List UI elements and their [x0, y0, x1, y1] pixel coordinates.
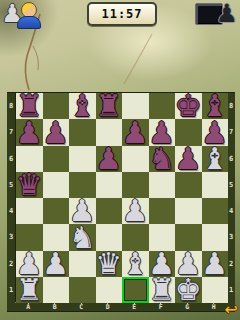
square-a5[interactable]: ♛ [16, 172, 43, 198]
file-label-b: B [42, 303, 69, 311]
square-c1[interactable] [69, 277, 96, 303]
square-e7[interactable]: ♟ [122, 119, 149, 145]
file-label-d: D [95, 303, 122, 311]
square-d8[interactable]: ♜ [96, 93, 123, 119]
square-g1[interactable]: ♚ [175, 277, 202, 303]
square-g6[interactable]: ♟ [175, 146, 202, 172]
white-pawn: ♟ [175, 249, 202, 279]
white-bishop: ♝ [201, 144, 228, 174]
black-pawn: ♟ [148, 118, 175, 148]
square-b8[interactable] [43, 93, 70, 119]
square-c7[interactable] [69, 119, 96, 145]
square-f3[interactable] [149, 224, 176, 250]
human-torso-icon [17, 16, 41, 29]
square-g4[interactable] [175, 198, 202, 224]
square-b6[interactable] [43, 146, 70, 172]
square-g5[interactable] [175, 172, 202, 198]
white-king: ♚ [175, 275, 202, 305]
black-queen: ♛ [16, 170, 43, 200]
rank-label-7: 7 [227, 119, 235, 145]
square-h8[interactable]: ♝ [202, 93, 229, 119]
square-h4[interactable] [202, 198, 229, 224]
square-d4[interactable] [96, 198, 123, 224]
rank-label-6: 6 [227, 146, 235, 172]
square-e6[interactable] [122, 146, 149, 172]
rank-label-8: 8 [7, 93, 15, 119]
square-h5[interactable] [202, 172, 229, 198]
black-pawn: ♟ [175, 144, 202, 174]
square-h2[interactable]: ♟ [202, 251, 229, 277]
file-label-a: A [15, 303, 42, 311]
square-e8[interactable] [122, 93, 149, 119]
black-king: ♚ [175, 91, 202, 121]
white-bishop: ♝ [122, 249, 149, 279]
black-pawn: ♟ [16, 118, 43, 148]
rank-label-3: 3 [7, 224, 15, 250]
square-a3[interactable] [16, 224, 43, 250]
square-e5[interactable] [122, 172, 149, 198]
white-queen: ♛ [95, 249, 122, 279]
square-c5[interactable] [69, 172, 96, 198]
square-d6[interactable]: ♟ [96, 146, 123, 172]
black-bishop: ♝ [69, 91, 96, 121]
square-d7[interactable] [96, 119, 123, 145]
square-c6[interactable] [69, 146, 96, 172]
game-clock: 11:57 [87, 2, 157, 26]
square-g8[interactable]: ♚ [175, 93, 202, 119]
square-c3[interactable]: ♞ [69, 224, 96, 250]
square-g3[interactable] [175, 224, 202, 250]
square-c2[interactable] [69, 251, 96, 277]
rank-label-1: 1 [7, 277, 15, 303]
rank-label-4: 4 [227, 198, 235, 224]
white-pawn: ♟ [16, 249, 43, 279]
white-knight: ♞ [69, 223, 96, 253]
file-labels: ABCDEFGH [7, 303, 235, 312]
black-bishop: ♝ [201, 91, 228, 121]
square-h7[interactable]: ♟ [202, 119, 229, 145]
black-pawn: ♟ [42, 118, 69, 148]
board-frame: 87654321 ♜♝♜♚♝♟♟♟♟♟♟♞♟♝♛♟♟♞♟♟♛♝♟♟♟♜♜♚ 87… [7, 92, 235, 312]
white-pawn: ♟ [42, 249, 69, 279]
square-f1[interactable]: ♜ [149, 277, 176, 303]
human-player-icon [17, 2, 41, 28]
square-g2[interactable]: ♟ [175, 251, 202, 277]
rank-label-8: 8 [227, 93, 235, 119]
square-g7[interactable] [175, 119, 202, 145]
rank-label-4: 4 [7, 198, 15, 224]
black-pawn: ♟ [201, 118, 228, 148]
rank-labels-left: 87654321 [7, 92, 15, 303]
square-d1[interactable] [96, 277, 123, 303]
black-knight: ♞ [148, 144, 175, 174]
rank-label-2: 2 [7, 251, 15, 277]
square-d2[interactable]: ♛ [96, 251, 123, 277]
rank-label-5: 5 [227, 172, 235, 198]
file-label-f: F [148, 303, 175, 311]
rank-label-5: 5 [7, 172, 15, 198]
square-a7[interactable]: ♟ [16, 119, 43, 145]
white-rook: ♜ [16, 275, 43, 305]
square-b4[interactable] [43, 198, 70, 224]
square-f5[interactable] [149, 172, 176, 198]
square-c4[interactable]: ♟ [69, 198, 96, 224]
black-pawn-icon: ♟ [216, 1, 238, 26]
square-e4[interactable]: ♟ [122, 198, 149, 224]
square-b7[interactable]: ♟ [43, 119, 70, 145]
white-pawn: ♟ [122, 196, 149, 226]
square-f7[interactable]: ♟ [149, 119, 176, 145]
square-f8[interactable] [149, 93, 176, 119]
rank-label-6: 6 [7, 146, 15, 172]
square-a6[interactable] [16, 146, 43, 172]
square-f2[interactable]: ♟ [149, 251, 176, 277]
undo-arrow-icon[interactable]: ↩ [225, 302, 238, 318]
rank-label-7: 7 [7, 119, 15, 145]
square-c8[interactable]: ♝ [69, 93, 96, 119]
rank-labels-right: 87654321 [227, 92, 235, 303]
square-d3[interactable] [96, 224, 123, 250]
black-rook: ♜ [95, 91, 122, 121]
square-b2[interactable]: ♟ [43, 251, 70, 277]
file-label-g: G [174, 303, 201, 311]
black-pawn: ♟ [122, 118, 149, 148]
game-screen: ♟ 11:57 ♟ 87654321 ♜♝♜♚♝♟♟♟♟♟♟♞♟♝♛♟♟♞♟♟♛… [0, 0, 240, 320]
white-pawn: ♟ [69, 196, 96, 226]
rank-label-3: 3 [227, 224, 235, 250]
black-pawn: ♟ [95, 144, 122, 174]
white-pawn: ♟ [201, 249, 228, 279]
white-rook: ♜ [148, 275, 175, 305]
square-b5[interactable] [43, 172, 70, 198]
file-label-c: C [68, 303, 95, 311]
file-label-e: E [121, 303, 148, 311]
square-f6[interactable]: ♞ [149, 146, 176, 172]
square-b1[interactable] [43, 277, 70, 303]
square-e3[interactable] [122, 224, 149, 250]
square-e1[interactable] [122, 277, 149, 303]
file-label-h: H [201, 303, 228, 311]
square-d5[interactable] [96, 172, 123, 198]
white-pawn: ♟ [148, 249, 175, 279]
rank-label-2: 2 [227, 251, 235, 277]
square-a8[interactable]: ♜ [16, 93, 43, 119]
square-e2[interactable]: ♝ [122, 251, 149, 277]
black-rook: ♜ [16, 91, 43, 121]
square-h3[interactable] [202, 224, 229, 250]
square-b3[interactable] [43, 224, 70, 250]
square-a2[interactable]: ♟ [16, 251, 43, 277]
square-a4[interactable] [16, 198, 43, 224]
square-h6[interactable]: ♝ [202, 146, 229, 172]
board[interactable]: ♜♝♜♚♝♟♟♟♟♟♟♞♟♝♛♟♟♞♟♟♛♝♟♟♟♜♜♚ [15, 92, 227, 302]
square-f4[interactable] [149, 198, 176, 224]
square-a1[interactable]: ♜ [16, 277, 43, 303]
